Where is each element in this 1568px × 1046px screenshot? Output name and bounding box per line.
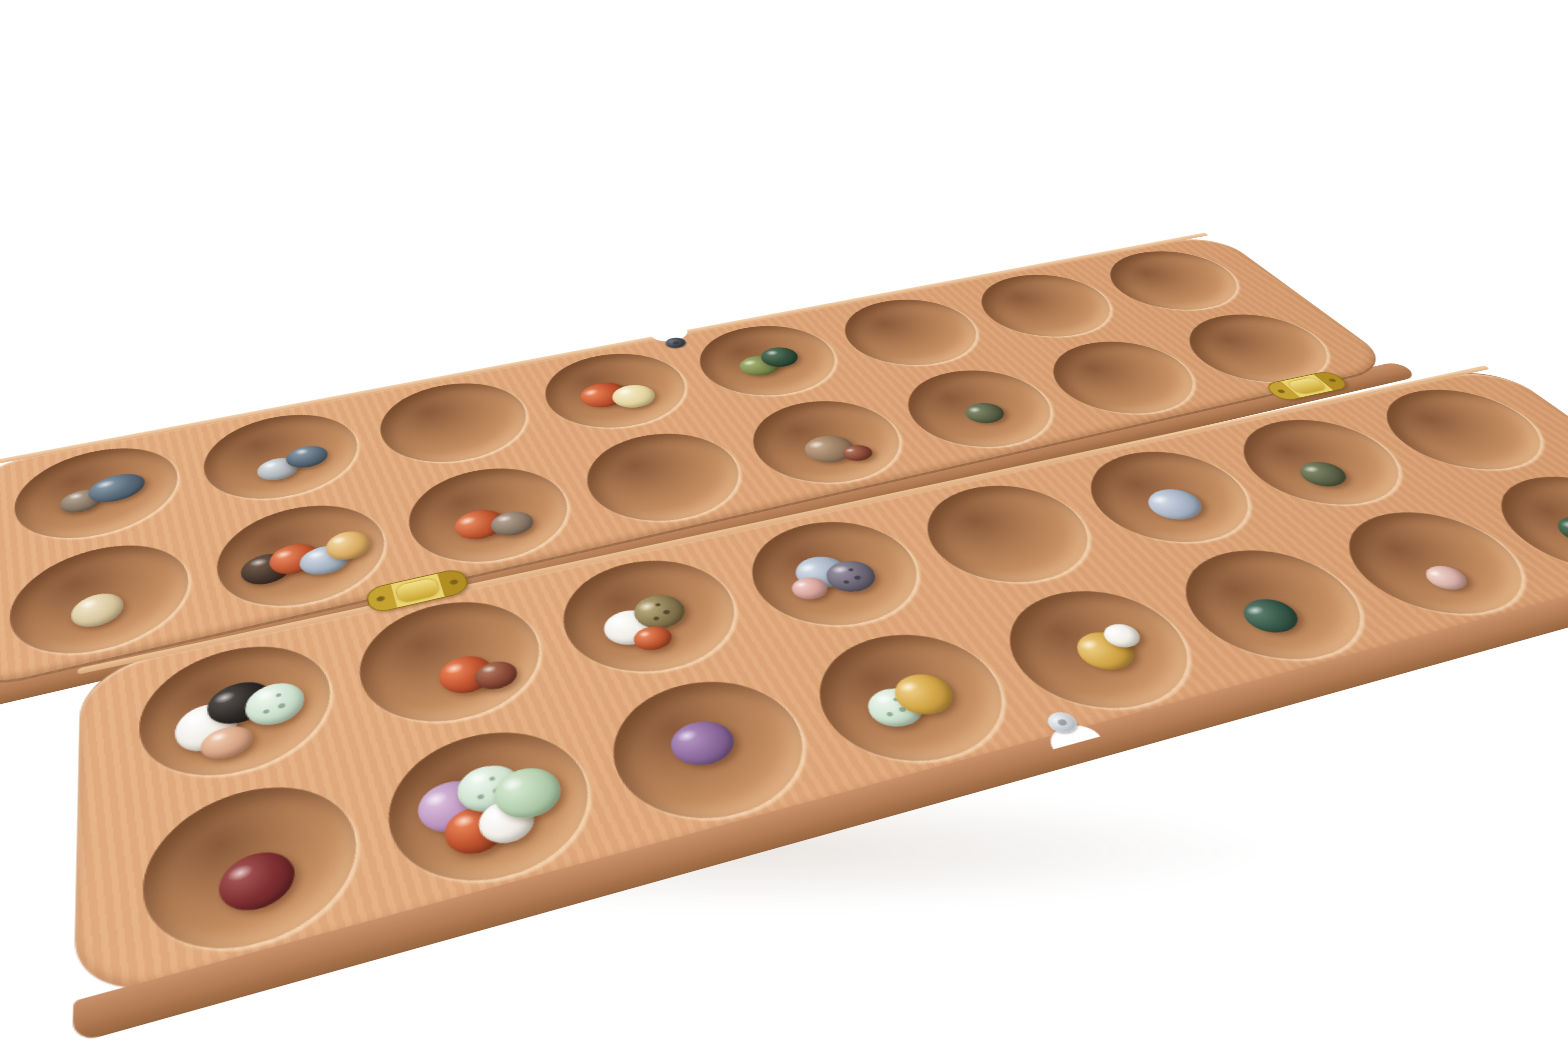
stone-amethyst — [662, 714, 743, 772]
stone-orangered — [447, 505, 512, 545]
stone-rosepink — [1418, 563, 1474, 593]
pit-D1[interactable] — [141, 768, 368, 974]
hus-mancala-board — [0, 233, 1568, 1046]
pit-C8[interactable] — [1357, 380, 1568, 482]
pit-B4[interactable] — [571, 422, 760, 534]
pit-A2[interactable] — [199, 404, 367, 512]
stone-darkspeckle — [822, 558, 882, 595]
stone-slate — [283, 445, 329, 469]
pit-A5[interactable] — [683, 317, 856, 406]
stone-lightblueagate — [1137, 484, 1211, 525]
pit-A7[interactable] — [960, 267, 1134, 347]
stone-pyrite — [626, 589, 692, 634]
pit-A1[interactable] — [13, 437, 182, 553]
stone-peach — [200, 722, 254, 764]
stone-redbrown — [474, 659, 518, 691]
pit-B6[interactable] — [886, 360, 1077, 459]
stone-cream — [71, 589, 125, 632]
pit-A3[interactable] — [370, 373, 540, 474]
pit-C4[interactable] — [731, 509, 943, 641]
stone-bandedcream — [323, 528, 373, 564]
pit-D6[interactable] — [1154, 537, 1395, 676]
pit-A6[interactable] — [825, 291, 999, 375]
stone-darkgreen — [1548, 514, 1568, 546]
product-photo-scene — [0, 0, 1568, 1046]
stone-blueagate — [298, 543, 349, 579]
pit-D3[interactable] — [593, 665, 829, 839]
pit-A8[interactable] — [1088, 243, 1262, 318]
stone-darkteal — [1233, 594, 1308, 638]
pit-A4[interactable] — [531, 344, 703, 439]
pit-C5[interactable] — [903, 474, 1117, 597]
pit-B5[interactable] — [733, 390, 923, 495]
pit-D4[interactable] — [794, 619, 1033, 780]
pit-B3[interactable] — [397, 456, 584, 576]
pit-D2[interactable] — [376, 714, 608, 903]
stone-darkolive — [1292, 459, 1354, 489]
stone-darkred — [212, 842, 304, 921]
pit-C3[interactable] — [547, 547, 757, 689]
pit-C1[interactable] — [138, 631, 340, 795]
stone-darkbrown — [241, 551, 291, 588]
stone-darkolive — [958, 400, 1010, 427]
far-pit-grid — [0, 233, 1215, 468]
stone-orangered — [264, 539, 324, 579]
pit-D5[interactable] — [981, 577, 1222, 726]
